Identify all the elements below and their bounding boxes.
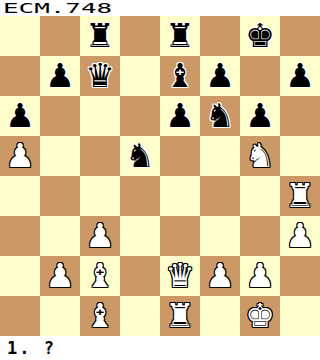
- piece-wP-c3: ♟: [85, 216, 115, 256]
- square-h2[interactable]: [280, 256, 320, 296]
- square-g1[interactable]: ♚: [240, 296, 280, 336]
- square-b3[interactable]: [40, 216, 80, 256]
- square-e3[interactable]: [160, 216, 200, 256]
- piece-bP-b7: ♟: [45, 56, 75, 96]
- square-b1[interactable]: [40, 296, 80, 336]
- square-h3[interactable]: ♟: [280, 216, 320, 256]
- square-a3[interactable]: [0, 216, 40, 256]
- square-b4[interactable]: [40, 176, 80, 216]
- square-c4[interactable]: [80, 176, 120, 216]
- piece-bP-f7: ♟: [205, 56, 235, 96]
- square-c8[interactable]: ♜: [80, 16, 120, 56]
- piece-wR-e1: ♜: [165, 296, 195, 336]
- square-g2[interactable]: ♟: [240, 256, 280, 296]
- square-g3[interactable]: [240, 216, 280, 256]
- square-c2[interactable]: ♝: [80, 256, 120, 296]
- piece-wK-g1: ♚: [245, 296, 275, 336]
- square-c3[interactable]: ♟: [80, 216, 120, 256]
- square-d2[interactable]: [120, 256, 160, 296]
- square-h1[interactable]: [280, 296, 320, 336]
- square-d7[interactable]: [120, 56, 160, 96]
- piece-wP-h3: ♟: [285, 216, 315, 256]
- square-a1[interactable]: [0, 296, 40, 336]
- square-a2[interactable]: [0, 256, 40, 296]
- square-a7[interactable]: [0, 56, 40, 96]
- square-h4[interactable]: ♜: [280, 176, 320, 216]
- square-f6[interactable]: ♞: [200, 96, 240, 136]
- square-b6[interactable]: [40, 96, 80, 136]
- piece-bN-d5: ♞: [125, 136, 155, 176]
- piece-bK-g8: ♚: [245, 16, 275, 56]
- square-e6[interactable]: ♟: [160, 96, 200, 136]
- square-a6[interactable]: ♟: [0, 96, 40, 136]
- square-b5[interactable]: [40, 136, 80, 176]
- piece-bN-f6: ♞: [205, 96, 235, 136]
- square-d4[interactable]: [120, 176, 160, 216]
- square-b8[interactable]: [40, 16, 80, 56]
- piece-wP-g2: ♟: [245, 256, 275, 296]
- square-d8[interactable]: [120, 16, 160, 56]
- square-e8[interactable]: ♜: [160, 16, 200, 56]
- piece-bB-e7: ♝: [165, 56, 195, 96]
- square-d3[interactable]: [120, 216, 160, 256]
- square-d5[interactable]: ♞: [120, 136, 160, 176]
- square-e1[interactable]: ♜: [160, 296, 200, 336]
- square-b7[interactable]: ♟: [40, 56, 80, 96]
- square-f8[interactable]: [200, 16, 240, 56]
- piece-wR-h4: ♜: [285, 176, 315, 216]
- square-g8[interactable]: ♚: [240, 16, 280, 56]
- square-b2[interactable]: ♟: [40, 256, 80, 296]
- square-g6[interactable]: ♟: [240, 96, 280, 136]
- piece-bP-g6: ♟: [245, 96, 275, 136]
- square-g5[interactable]: ♞: [240, 136, 280, 176]
- square-c6[interactable]: [80, 96, 120, 136]
- square-h6[interactable]: [280, 96, 320, 136]
- square-h7[interactable]: ♟: [280, 56, 320, 96]
- square-e4[interactable]: [160, 176, 200, 216]
- piece-bQ-c7: ♛: [85, 56, 115, 96]
- piece-wB-c1: ♝: [85, 296, 115, 336]
- piece-bR-c8: ♜: [85, 16, 115, 56]
- square-d1[interactable]: [120, 296, 160, 336]
- square-d6[interactable]: [120, 96, 160, 136]
- square-h5[interactable]: [280, 136, 320, 176]
- square-f4[interactable]: [200, 176, 240, 216]
- piece-bP-h7: ♟: [285, 56, 315, 96]
- square-g7[interactable]: [240, 56, 280, 96]
- square-a5[interactable]: ♟: [0, 136, 40, 176]
- square-f1[interactable]: [200, 296, 240, 336]
- square-f5[interactable]: [200, 136, 240, 176]
- square-a8[interactable]: [0, 16, 40, 56]
- piece-bP-e6: ♟: [165, 96, 195, 136]
- square-e2[interactable]: ♛: [160, 256, 200, 296]
- piece-wP-a5: ♟: [5, 136, 35, 176]
- chess-board: ♜♜♚♟♛♝♟♟♟♟♞♟♟♞♞♜♟♟♟♝♛♟♟♝♜♚: [0, 16, 320, 336]
- piece-wP-b2: ♟: [45, 256, 75, 296]
- square-h8[interactable]: [280, 16, 320, 56]
- move-prompt: 1. ?: [7, 337, 56, 360]
- piece-wB-c2: ♝: [85, 256, 115, 296]
- square-f7[interactable]: ♟: [200, 56, 240, 96]
- square-f2[interactable]: ♟: [200, 256, 240, 296]
- piece-wQ-e2: ♛: [165, 256, 195, 296]
- square-c7[interactable]: ♛: [80, 56, 120, 96]
- square-g4[interactable]: [240, 176, 280, 216]
- square-c5[interactable]: [80, 136, 120, 176]
- square-a4[interactable]: [0, 176, 40, 216]
- square-c1[interactable]: ♝: [80, 296, 120, 336]
- piece-wN-g5: ♞: [245, 136, 275, 176]
- piece-bP-a6: ♟: [5, 96, 35, 136]
- square-f3[interactable]: [200, 216, 240, 256]
- square-e5[interactable]: [160, 136, 200, 176]
- piece-wP-f2: ♟: [205, 256, 235, 296]
- square-e7[interactable]: ♝: [160, 56, 200, 96]
- puzzle-title: ECM.748: [3, 0, 112, 16]
- piece-bR-e8: ♜: [165, 16, 195, 56]
